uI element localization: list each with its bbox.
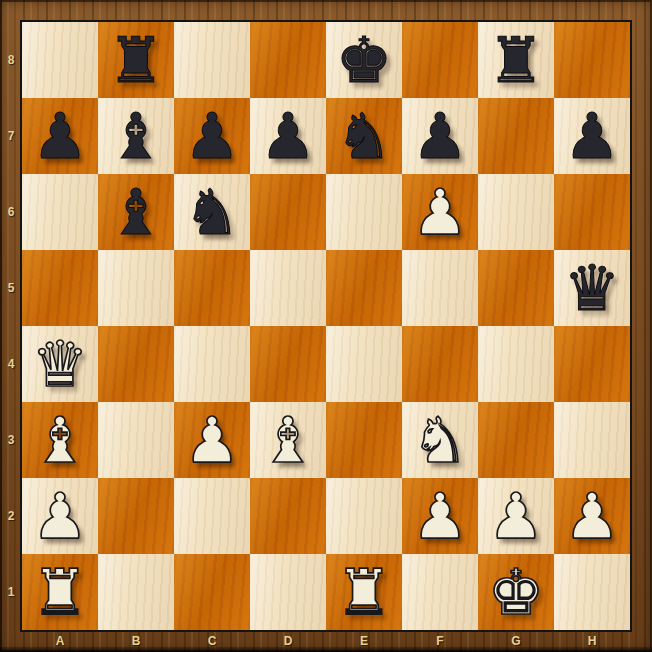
wood-frame: ♜♚♜♟♝♟♟♞♟♟♝♞♟♛♛♝♟♝♞♟♟♟♟♜♜♚ 87654321 ABCD… — [0, 0, 652, 652]
white-rook[interactable]: ♜ — [22, 554, 98, 630]
square-g4[interactable] — [478, 326, 554, 402]
square-b6[interactable]: ♝ — [98, 174, 174, 250]
black-rook[interactable]: ♜ — [98, 22, 174, 98]
square-f4[interactable] — [402, 326, 478, 402]
black-pawn[interactable]: ♟ — [402, 98, 478, 174]
square-d8[interactable] — [250, 22, 326, 98]
square-b2[interactable] — [98, 478, 174, 554]
square-e3[interactable] — [326, 402, 402, 478]
square-e2[interactable] — [326, 478, 402, 554]
black-bishop[interactable]: ♝ — [98, 98, 174, 174]
square-a4[interactable]: ♛ — [22, 326, 98, 402]
rank-label-3: 3 — [0, 402, 22, 478]
square-d4[interactable] — [250, 326, 326, 402]
square-c1[interactable] — [174, 554, 250, 630]
rank-label-6: 6 — [0, 174, 22, 250]
rank-label-2: 2 — [0, 478, 22, 554]
square-h4[interactable] — [554, 326, 630, 402]
square-c5[interactable] — [174, 250, 250, 326]
square-d5[interactable] — [250, 250, 326, 326]
square-c7[interactable]: ♟ — [174, 98, 250, 174]
white-pawn[interactable]: ♟ — [22, 478, 98, 554]
square-f7[interactable]: ♟ — [402, 98, 478, 174]
square-d7[interactable]: ♟ — [250, 98, 326, 174]
square-g5[interactable] — [478, 250, 554, 326]
square-h8[interactable] — [554, 22, 630, 98]
rank-label-8: 8 — [0, 22, 22, 98]
chess-board: ♜♚♜♟♝♟♟♞♟♟♝♞♟♛♛♝♟♝♞♟♟♟♟♜♜♚ — [22, 22, 630, 630]
square-g2[interactable]: ♟ — [478, 478, 554, 554]
square-f8[interactable] — [402, 22, 478, 98]
square-c6[interactable]: ♞ — [174, 174, 250, 250]
square-h3[interactable] — [554, 402, 630, 478]
square-g3[interactable] — [478, 402, 554, 478]
square-g6[interactable] — [478, 174, 554, 250]
black-bishop[interactable]: ♝ — [98, 174, 174, 250]
square-d3[interactable]: ♝ — [250, 402, 326, 478]
square-b8[interactable]: ♜ — [98, 22, 174, 98]
white-pawn[interactable]: ♟ — [554, 478, 630, 554]
black-knight[interactable]: ♞ — [326, 98, 402, 174]
white-bishop[interactable]: ♝ — [22, 402, 98, 478]
white-knight[interactable]: ♞ — [402, 402, 478, 478]
square-a1[interactable]: ♜ — [22, 554, 98, 630]
black-queen[interactable]: ♛ — [554, 250, 630, 326]
square-g1[interactable]: ♚ — [478, 554, 554, 630]
square-a5[interactable] — [22, 250, 98, 326]
square-e4[interactable] — [326, 326, 402, 402]
square-c8[interactable] — [174, 22, 250, 98]
white-queen[interactable]: ♛ — [22, 326, 98, 402]
square-h7[interactable]: ♟ — [554, 98, 630, 174]
square-c2[interactable] — [174, 478, 250, 554]
square-a7[interactable]: ♟ — [22, 98, 98, 174]
rank-label-5: 5 — [0, 250, 22, 326]
square-g8[interactable]: ♜ — [478, 22, 554, 98]
square-b7[interactable]: ♝ — [98, 98, 174, 174]
square-d6[interactable] — [250, 174, 326, 250]
black-pawn[interactable]: ♟ — [554, 98, 630, 174]
square-e7[interactable]: ♞ — [326, 98, 402, 174]
frame-bottom-shadow — [0, 647, 652, 652]
square-f5[interactable] — [402, 250, 478, 326]
square-h5[interactable]: ♛ — [554, 250, 630, 326]
square-h1[interactable] — [554, 554, 630, 630]
square-c4[interactable] — [174, 326, 250, 402]
square-d1[interactable] — [250, 554, 326, 630]
white-pawn[interactable]: ♟ — [402, 478, 478, 554]
black-pawn[interactable]: ♟ — [22, 98, 98, 174]
square-e8[interactable]: ♚ — [326, 22, 402, 98]
square-e5[interactable] — [326, 250, 402, 326]
square-a2[interactable]: ♟ — [22, 478, 98, 554]
square-e6[interactable] — [326, 174, 402, 250]
white-king[interactable]: ♚ — [478, 554, 554, 630]
black-king[interactable]: ♚ — [326, 22, 402, 98]
rank-label-7: 7 — [0, 98, 22, 174]
black-pawn[interactable]: ♟ — [250, 98, 326, 174]
black-rook[interactable]: ♜ — [478, 22, 554, 98]
square-a6[interactable] — [22, 174, 98, 250]
square-c3[interactable]: ♟ — [174, 402, 250, 478]
square-g7[interactable] — [478, 98, 554, 174]
square-f6[interactable]: ♟ — [402, 174, 478, 250]
square-a8[interactable] — [22, 22, 98, 98]
square-f3[interactable]: ♞ — [402, 402, 478, 478]
rank-label-4: 4 — [0, 326, 22, 402]
black-knight[interactable]: ♞ — [174, 174, 250, 250]
square-a3[interactable]: ♝ — [22, 402, 98, 478]
black-pawn[interactable]: ♟ — [174, 98, 250, 174]
white-pawn[interactable]: ♟ — [402, 174, 478, 250]
square-f2[interactable]: ♟ — [402, 478, 478, 554]
rank-label-1: 1 — [0, 554, 22, 630]
square-h6[interactable] — [554, 174, 630, 250]
square-d2[interactable] — [250, 478, 326, 554]
square-b3[interactable] — [98, 402, 174, 478]
white-bishop[interactable]: ♝ — [250, 402, 326, 478]
square-f1[interactable] — [402, 554, 478, 630]
white-rook[interactable]: ♜ — [326, 554, 402, 630]
square-b1[interactable] — [98, 554, 174, 630]
square-b5[interactable] — [98, 250, 174, 326]
white-pawn[interactable]: ♟ — [174, 402, 250, 478]
square-b4[interactable] — [98, 326, 174, 402]
square-e1[interactable]: ♜ — [326, 554, 402, 630]
square-h2[interactable]: ♟ — [554, 478, 630, 554]
white-pawn[interactable]: ♟ — [478, 478, 554, 554]
